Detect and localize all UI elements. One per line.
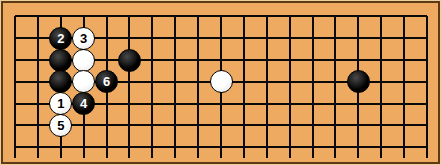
grid-cell	[118, 115, 141, 137]
grid-cell	[4, 136, 27, 158]
grid-cell	[187, 136, 210, 158]
grid-cell	[164, 93, 187, 115]
grid-cell	[347, 115, 370, 137]
grid-cell	[164, 6, 187, 28]
grid-cell	[393, 93, 416, 115]
grid-cell	[4, 49, 27, 71]
grid-cell	[210, 6, 233, 28]
grid-cell	[141, 49, 164, 71]
grid-cell	[324, 6, 347, 28]
grid-cell	[278, 136, 301, 158]
grid-cell	[301, 115, 324, 137]
grid-cell	[95, 27, 118, 49]
grid-cell	[141, 93, 164, 115]
grid-cell	[255, 27, 278, 49]
grid-cell	[26, 115, 49, 137]
grid-cell	[141, 6, 164, 28]
grid-cell	[141, 71, 164, 93]
grid-cell	[72, 6, 95, 28]
grid-cell	[164, 136, 187, 158]
grid-cell	[95, 49, 118, 71]
grid-cell	[118, 136, 141, 158]
grid-cell	[232, 93, 255, 115]
grid-cell	[416, 71, 439, 93]
grid-cell	[187, 93, 210, 115]
grid-cell	[210, 49, 233, 71]
black-stone	[118, 49, 141, 72]
black-stone-move-2: 2	[49, 27, 72, 50]
grid-cell	[72, 115, 95, 137]
grid-cell	[118, 71, 141, 93]
grid-cell	[141, 27, 164, 49]
grid-cell	[324, 71, 347, 93]
grid-cell	[393, 27, 416, 49]
grid-cell	[187, 71, 210, 93]
grid-cell	[416, 136, 439, 158]
grid-cell	[187, 115, 210, 137]
grid-cell	[324, 27, 347, 49]
grid-cell	[255, 115, 278, 137]
grid-cell	[4, 6, 27, 28]
grid-cell	[95, 6, 118, 28]
grid-cell	[164, 115, 187, 137]
grid-cell	[347, 6, 370, 28]
grid-cell	[370, 136, 393, 158]
grid-cell	[301, 49, 324, 71]
grid-cell	[187, 27, 210, 49]
grid-cell	[232, 136, 255, 158]
grid-cell	[210, 136, 233, 158]
grid-cell	[370, 6, 393, 28]
grid-cell	[393, 136, 416, 158]
go-board: 236145	[4, 6, 439, 159]
grid-cell	[278, 6, 301, 28]
grid-cell	[393, 115, 416, 137]
move-number-label: 4	[80, 97, 87, 110]
grid-cell	[393, 49, 416, 71]
grid-cell	[118, 27, 141, 49]
grid-cell	[324, 93, 347, 115]
grid-cell	[4, 71, 27, 93]
grid-cell	[393, 6, 416, 28]
grid-cell	[26, 136, 49, 158]
grid-cell	[301, 71, 324, 93]
grid-cell	[255, 136, 278, 158]
grid-cell	[416, 27, 439, 49]
grid-cell	[210, 27, 233, 49]
grid-cell	[347, 93, 370, 115]
grid-cell	[370, 115, 393, 137]
grid-cell	[4, 115, 27, 137]
grid-cell	[301, 93, 324, 115]
grid-cell	[118, 93, 141, 115]
grid-cell	[370, 49, 393, 71]
grid-cell	[278, 49, 301, 71]
grid-cell	[26, 93, 49, 115]
grid-cell	[164, 71, 187, 93]
grid-cell	[141, 115, 164, 137]
grid-cell	[370, 93, 393, 115]
grid-cell	[416, 49, 439, 71]
grid-cell	[301, 6, 324, 28]
grid-cell	[347, 136, 370, 158]
grid-cell	[278, 27, 301, 49]
move-number-label: 3	[80, 32, 87, 45]
grid-cell	[232, 115, 255, 137]
grid-cell	[95, 93, 118, 115]
black-stone	[49, 49, 72, 72]
grid-cell	[187, 49, 210, 71]
white-stone	[72, 49, 95, 72]
grid-cell	[232, 49, 255, 71]
grid-cell	[49, 136, 72, 158]
white-stone	[210, 70, 233, 93]
grid-cell	[255, 6, 278, 28]
grid-cell	[416, 93, 439, 115]
board-frame: 236145	[0, 0, 441, 165]
grid-cell	[232, 71, 255, 93]
grid-cell	[26, 49, 49, 71]
grid-cell	[278, 71, 301, 93]
grid-cell	[95, 115, 118, 137]
grid-cell	[4, 27, 27, 49]
grid-cell	[347, 27, 370, 49]
grid-cell	[210, 93, 233, 115]
grid-cell	[95, 136, 118, 158]
grid-cell	[164, 49, 187, 71]
grid-cell	[301, 136, 324, 158]
grid-cell	[26, 27, 49, 49]
grid-cell	[232, 6, 255, 28]
grid-cell	[210, 115, 233, 137]
move-number-label: 2	[57, 32, 64, 45]
grid-cell	[141, 136, 164, 158]
grid-cell	[301, 27, 324, 49]
move-number-label: 5	[57, 119, 64, 132]
grid-cell	[255, 93, 278, 115]
grid-cell	[324, 49, 347, 71]
grid-cell	[324, 115, 347, 137]
grid-cell	[393, 71, 416, 93]
grid-cell	[278, 93, 301, 115]
grid-cell	[4, 93, 27, 115]
move-number-label: 1	[57, 97, 64, 110]
grid-cell	[187, 6, 210, 28]
grid-cell	[26, 71, 49, 93]
grid-cell	[26, 6, 49, 28]
grid-cell	[370, 27, 393, 49]
grid-cell	[347, 49, 370, 71]
grid-cell	[278, 115, 301, 137]
move-number-label: 6	[103, 75, 110, 88]
grid-cell	[324, 136, 347, 158]
grid-cell	[164, 27, 187, 49]
grid-cell	[232, 27, 255, 49]
white-stone-move-3: 3	[72, 27, 95, 50]
grid-cell	[416, 115, 439, 137]
grid-cell	[416, 6, 439, 28]
grid-cell	[72, 136, 95, 158]
grid-cell	[370, 71, 393, 93]
grid-cell	[255, 71, 278, 93]
grid-cell	[49, 6, 72, 28]
grid-cell	[118, 6, 141, 28]
grid-cell	[255, 49, 278, 71]
